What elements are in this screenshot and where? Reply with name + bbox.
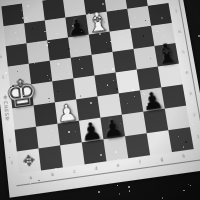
square-h3[interactable] <box>161 84 186 108</box>
file-label-c: c <box>73 169 76 174</box>
file-label-h: h <box>182 154 186 159</box>
rank-label-left-6: 6 <box>0 55 3 60</box>
rank-label-right-3: 3 <box>189 92 193 97</box>
square-a1[interactable]: ✥ <box>17 148 41 173</box>
square-b2[interactable] <box>36 124 60 149</box>
rank-label-left-2: 2 <box>8 139 11 144</box>
rank-label-right-1: 1 <box>196 135 200 140</box>
file-label-f: f <box>139 160 141 165</box>
square-c1[interactable] <box>60 142 85 167</box>
rank-label-left-7: 7 <box>0 35 1 39</box>
photo-frame: ✥ ⚜CHESS abcdefgh1122334455667788♝♟♝♚♟♟♟… <box>0 0 200 200</box>
board-perspective-wrap: ✥ ⚜CHESS abcdefgh1122334455667788♝♟♝♚♟♟♟… <box>0 0 200 200</box>
photo-scene: ✥ ⚜CHESS abcdefgh1122334455667788♝♟♝♚♟♟♟… <box>0 0 200 200</box>
piece-black-pawn-d2[interactable]: ♟ <box>79 119 103 146</box>
rank-label-right-7: 7 <box>175 10 178 14</box>
piece-white-pawn-c3[interactable]: ♟ <box>55 100 79 126</box>
rank-label-right-4: 4 <box>185 71 189 76</box>
square-h2[interactable] <box>165 106 190 131</box>
file-label-g: g <box>160 157 164 162</box>
chess-board: ✥ ⚜CHESS abcdefgh1122334455667788♝♟♝♚♟♟♟… <box>0 0 200 198</box>
board-logo: ✥ <box>22 153 36 170</box>
piece-black-pawn-d7[interactable]: ♟ <box>66 15 89 40</box>
piece-black-pawn-e2[interactable]: ♟ <box>101 116 125 143</box>
piece-black-bishop-h5[interactable]: ♝ <box>152 40 181 71</box>
rank-label-left-3: 3 <box>6 117 9 122</box>
file-label-a: a <box>29 175 32 180</box>
piece-white-king-a4[interactable]: ♚ <box>3 73 40 114</box>
file-label-e: e <box>116 163 119 168</box>
square-h1[interactable] <box>168 127 193 152</box>
rank-label-right-6: 6 <box>178 30 181 35</box>
rank-label-right-2: 2 <box>193 113 197 118</box>
piece-black-pawn-g3[interactable]: ♟ <box>140 88 165 114</box>
square-a2[interactable] <box>15 127 39 152</box>
file-label-d: d <box>95 166 98 171</box>
rank-label-right-5: 5 <box>182 50 185 55</box>
file-label-b: b <box>51 172 54 177</box>
square-b1[interactable] <box>38 145 62 170</box>
rank-label-left-1: 1 <box>10 161 13 166</box>
